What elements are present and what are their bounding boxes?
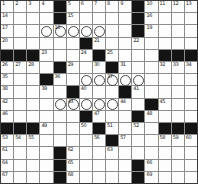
cell-r15c10[interactable] — [119, 172, 131, 183]
cell-r10c13[interactable] — [159, 111, 171, 122]
clue-number: 45 — [160, 99, 165, 104]
clue-number: 44 — [120, 99, 125, 104]
clue-number: 63 — [107, 147, 112, 152]
black-cell — [132, 160, 144, 171]
cell-r2c8[interactable] — [93, 13, 105, 24]
cell-r9c4[interactable] — [40, 99, 52, 110]
clue-number: 26 — [2, 62, 7, 67]
black-cell — [1, 123, 13, 134]
cell-r12c5[interactable] — [54, 135, 66, 146]
cell-r6c12[interactable] — [145, 62, 157, 73]
black-cell — [54, 172, 66, 183]
black-cell — [80, 38, 92, 49]
circle-marker — [41, 26, 52, 37]
black-cell — [14, 50, 26, 61]
cell-r3c13[interactable] — [159, 25, 171, 36]
cell-r8c3[interactable] — [27, 86, 39, 97]
clue-number: 49 — [41, 123, 46, 128]
clue-number: 33 — [173, 62, 178, 67]
cell-r12c3[interactable]: 55 — [27, 135, 39, 146]
cell-r13c2[interactable] — [14, 147, 26, 158]
cell-r12c14[interactable]: 59 — [172, 135, 184, 146]
cell-r4c6[interactable] — [67, 38, 79, 49]
cell-r3c2[interactable] — [14, 25, 26, 36]
cell-r4c3[interactable] — [27, 38, 39, 49]
clue-number: 68 — [68, 172, 73, 177]
cell-r2c14[interactable] — [172, 13, 184, 24]
circle-marker — [94, 26, 105, 37]
cell-r12c12[interactable] — [145, 135, 157, 146]
black-cell — [14, 123, 26, 134]
cell-r3c8[interactable] — [93, 25, 105, 36]
clue-number: 15 — [68, 13, 73, 18]
clue-number: 4 — [41, 1, 44, 6]
cell-r12c4[interactable] — [40, 135, 52, 146]
clue-number: 19 — [146, 25, 151, 30]
clue-number: 40 — [81, 86, 86, 91]
clue-number: 16 — [146, 13, 151, 18]
clue-number: 37 — [107, 74, 112, 79]
cell-r2c13[interactable] — [159, 13, 171, 24]
cell-r14c14[interactable] — [172, 160, 184, 171]
cell-r3c10[interactable] — [119, 25, 131, 36]
cell-r15c12[interactable]: 69 — [145, 172, 157, 183]
clue-number: 43 — [68, 99, 73, 104]
circle-marker — [81, 75, 92, 86]
circle-marker — [94, 75, 105, 86]
cell-r2c7[interactable] — [80, 13, 92, 24]
clue-number: 47 — [94, 111, 99, 116]
clue-number: 38 — [2, 86, 7, 91]
circle-marker — [55, 99, 66, 110]
cell-r12c10[interactable]: 57 — [119, 135, 131, 146]
clue-number: 34 — [186, 62, 191, 67]
cell-r13c15[interactable] — [185, 147, 197, 158]
cell-r4c14[interactable] — [172, 38, 184, 49]
cell-r10c6[interactable] — [67, 111, 79, 122]
clue-number: 64 — [2, 160, 7, 165]
cell-r7c1[interactable]: 35 — [1, 74, 13, 85]
black-cell — [106, 62, 118, 73]
circle-marker — [94, 99, 105, 110]
cell-r1c15[interactable]: 13 — [185, 1, 197, 12]
clue-number: 21 — [94, 38, 99, 43]
clue-number: 22 — [133, 38, 138, 43]
crossword-board: 1234567891011121314151617181920212223242… — [0, 0, 198, 184]
cell-r7c2[interactable] — [14, 74, 26, 85]
clue-number: 25 — [107, 50, 112, 55]
clue-number: 69 — [146, 172, 151, 177]
cell-r8c4[interactable]: 39 — [40, 86, 52, 97]
cell-r11c6[interactable] — [67, 123, 79, 134]
cell-r4c2[interactable] — [14, 38, 26, 49]
cell-r13c10[interactable] — [119, 147, 131, 158]
cell-r7c7[interactable] — [80, 74, 92, 85]
cell-r1c9[interactable]: 8 — [106, 1, 118, 12]
cell-r14c12[interactable]: 66 — [145, 160, 157, 171]
cell-r10c12[interactable]: 48 — [145, 111, 157, 122]
clue-number: 46 — [2, 111, 7, 116]
cell-r15c14[interactable] — [172, 172, 184, 183]
cell-r14c8[interactable] — [93, 160, 105, 171]
clue-number: 39 — [41, 86, 46, 91]
black-cell — [185, 123, 197, 134]
cell-r13c12[interactable] — [145, 147, 157, 158]
clue-number: 31 — [120, 62, 125, 67]
cell-r14c6[interactable]: 65 — [67, 160, 79, 171]
cell-r3c3[interactable] — [27, 25, 39, 36]
cell-r10c10[interactable] — [119, 111, 131, 122]
clue-number: 14 — [2, 13, 7, 18]
cell-r9c15[interactable] — [185, 99, 197, 110]
cell-r5c11[interactable] — [132, 50, 144, 61]
clue-number: 30 — [94, 62, 99, 67]
black-cell — [159, 123, 171, 134]
black-cell — [172, 123, 184, 134]
black-cell — [54, 147, 66, 158]
cell-r6c7[interactable] — [80, 62, 92, 73]
cell-r1c6[interactable]: 5 — [67, 1, 79, 12]
black-cell — [54, 62, 66, 73]
cell-r15c9[interactable] — [106, 172, 118, 183]
clue-number: 58 — [160, 135, 165, 140]
clue-number: 23 — [41, 50, 46, 55]
clue-number: 51 — [107, 123, 112, 128]
cell-r4c11[interactable]: 22 — [132, 38, 144, 49]
cell-r9c9[interactable] — [106, 99, 118, 110]
cell-r7c13[interactable] — [159, 74, 171, 85]
cell-r15c6[interactable]: 68 — [67, 172, 79, 183]
cell-r13c13[interactable] — [159, 147, 171, 158]
cell-r9c6[interactable]: 43 — [67, 99, 79, 110]
cell-r4c15[interactable] — [185, 38, 197, 49]
cell-r1c7[interactable]: 6 — [80, 1, 92, 12]
clue-number: 7 — [94, 1, 97, 6]
clue-number: 67 — [2, 172, 7, 177]
clue-number: 36 — [55, 74, 60, 79]
cell-r6c6[interactable]: 29 — [67, 62, 79, 73]
cell-r5c5[interactable] — [54, 50, 66, 61]
cell-r7c6[interactable] — [67, 74, 79, 85]
cell-r14c7[interactable] — [80, 160, 92, 171]
black-cell — [159, 50, 171, 61]
clue-number: 59 — [173, 135, 178, 140]
cell-r12c6[interactable] — [67, 135, 79, 146]
cell-r8c13[interactable] — [159, 86, 171, 97]
cell-r1c4[interactable]: 4 — [40, 1, 52, 12]
circle-marker — [107, 99, 118, 110]
cell-r15c4[interactable] — [40, 172, 52, 183]
cell-r3c4[interactable] — [40, 25, 52, 36]
cell-r13c3[interactable] — [27, 147, 39, 158]
black-cell — [132, 1, 144, 12]
cell-r7c5[interactable]: 36 — [54, 74, 66, 85]
cell-r7c15[interactable] — [185, 74, 197, 85]
clue-number: 18 — [55, 25, 60, 30]
cell-r6c2[interactable]: 27 — [14, 62, 26, 73]
cell-r8c11[interactable]: 41 — [132, 86, 144, 97]
cell-r4c9[interactable] — [106, 38, 118, 49]
cell-r11c10[interactable] — [119, 123, 131, 134]
clue-number: 17 — [2, 25, 7, 30]
cell-r4c1[interactable]: 20 — [1, 38, 13, 49]
cell-r10c15[interactable] — [185, 111, 197, 122]
cell-r8c7[interactable]: 40 — [80, 86, 92, 97]
cell-r6c8[interactable]: 30 — [93, 62, 105, 73]
cell-r5c10[interactable] — [119, 50, 131, 61]
cell-r11c12[interactable] — [145, 123, 157, 134]
cell-r3c14[interactable] — [172, 25, 184, 36]
cell-r7c10[interactable] — [119, 74, 131, 85]
cell-r4c10[interactable] — [119, 38, 131, 49]
cell-r7c14[interactable] — [172, 74, 184, 85]
cell-r2c12[interactable]: 16 — [145, 13, 157, 24]
clue-number: 66 — [146, 160, 151, 165]
cell-r9c2[interactable] — [14, 99, 26, 110]
black-cell — [132, 111, 144, 122]
cell-r4c8[interactable]: 21 — [93, 38, 105, 49]
cell-r8c12[interactable] — [145, 86, 157, 97]
cell-r6c1[interactable]: 26 — [1, 62, 13, 73]
circle-marker — [81, 99, 92, 110]
cell-r2c9[interactable] — [106, 13, 118, 24]
clue-number: 35 — [2, 74, 7, 79]
clue-number: 9 — [120, 1, 123, 6]
cell-r9c11[interactable] — [132, 99, 144, 110]
cell-r5c12[interactable] — [145, 50, 157, 61]
clue-number: 50 — [81, 123, 86, 128]
cell-r9c8[interactable] — [93, 99, 105, 110]
cell-r1c2[interactable]: 2 — [14, 1, 26, 12]
clue-number: 24 — [81, 50, 86, 55]
black-cell — [40, 74, 52, 85]
cell-r9c13[interactable]: 45 — [159, 99, 171, 110]
cell-r10c2[interactable] — [14, 111, 26, 122]
cell-r1c13[interactable]: 11 — [159, 1, 171, 12]
cell-r15c7[interactable] — [80, 172, 92, 183]
circle-marker — [133, 75, 144, 86]
clue-number: 2 — [15, 1, 18, 6]
cell-r5c9[interactable]: 25 — [106, 50, 118, 61]
clue-number: 62 — [68, 147, 73, 152]
cell-r1c10[interactable]: 9 — [119, 1, 131, 12]
black-cell — [106, 135, 118, 146]
cell-r6c14[interactable]: 33 — [172, 62, 184, 73]
black-cell — [93, 123, 105, 134]
black-cell — [172, 50, 184, 61]
cell-r5c4[interactable]: 23 — [40, 50, 52, 61]
clue-number: 54 — [15, 135, 20, 140]
clue-number: 3 — [28, 1, 31, 6]
clue-number: 8 — [107, 1, 110, 6]
cell-r13c4[interactable] — [40, 147, 52, 158]
clue-number: 57 — [120, 135, 125, 140]
cell-r9c3[interactable] — [27, 99, 39, 110]
cell-r2c6[interactable]: 15 — [67, 13, 79, 24]
cell-r9c10[interactable]: 44 — [119, 99, 131, 110]
black-cell — [1, 50, 13, 61]
cell-r2c15[interactable] — [185, 13, 197, 24]
clue-number: 13 — [186, 1, 191, 6]
clue-number: 52 — [133, 123, 138, 128]
cell-r12c8[interactable]: 56 — [93, 135, 105, 146]
cell-r7c8[interactable] — [93, 74, 105, 85]
cell-r3c9[interactable] — [106, 25, 118, 36]
cell-r8c9[interactable] — [106, 86, 118, 97]
cell-r5c7[interactable]: 24 — [80, 50, 92, 61]
cell-r1c1[interactable]: 1 — [1, 1, 13, 12]
cell-r10c9[interactable] — [106, 111, 118, 122]
cell-r14c4[interactable] — [40, 160, 52, 171]
cell-r14c9[interactable] — [106, 160, 118, 171]
cell-r4c5[interactable] — [54, 38, 66, 49]
cell-r14c2[interactable] — [14, 160, 26, 171]
circle-marker — [68, 26, 79, 37]
cell-r14c3[interactable] — [27, 160, 39, 171]
cell-r2c2[interactable] — [14, 13, 26, 24]
cell-r2c10[interactable] — [119, 13, 131, 24]
cell-r12c11[interactable] — [132, 135, 144, 146]
cell-r12c13[interactable]: 58 — [159, 135, 171, 146]
clue-number: 27 — [15, 62, 20, 67]
cell-r6c4[interactable] — [40, 62, 52, 73]
cell-r8c5[interactable] — [54, 86, 66, 97]
cell-r14c15[interactable] — [185, 160, 197, 171]
clue-number: 29 — [68, 62, 73, 67]
cell-r7c11[interactable] — [132, 74, 144, 85]
clue-number: 48 — [146, 111, 151, 116]
cell-r11c11[interactable]: 52 — [132, 123, 144, 134]
cell-r3c1[interactable]: 17 — [1, 25, 13, 36]
black-cell — [54, 160, 66, 171]
clue-number: 65 — [68, 160, 73, 165]
cell-r11c4[interactable]: 49 — [40, 123, 52, 134]
cell-r9c7[interactable] — [80, 99, 92, 110]
cell-r7c9[interactable]: 37 — [106, 74, 118, 85]
cell-r8c15[interactable] — [185, 86, 197, 97]
cell-r15c13[interactable] — [159, 172, 171, 183]
cell-r14c10[interactable] — [119, 160, 131, 171]
clue-number: 32 — [160, 62, 165, 67]
cell-r15c15[interactable] — [185, 172, 197, 183]
clue-number: 5 — [68, 1, 71, 6]
cell-r12c7[interactable] — [80, 135, 92, 146]
cell-r2c3[interactable] — [27, 13, 39, 24]
cell-r2c4[interactable] — [40, 13, 52, 24]
cell-r6c10[interactable]: 31 — [119, 62, 131, 73]
cell-r12c2[interactable]: 54 — [14, 135, 26, 146]
cell-r8c14[interactable] — [172, 86, 184, 97]
cell-r13c6[interactable]: 62 — [67, 147, 79, 158]
black-cell — [54, 1, 66, 12]
cell-r13c1[interactable]: 61 — [1, 147, 13, 158]
cell-r5c6[interactable] — [67, 50, 79, 61]
cell-r13c8[interactable] — [93, 147, 105, 158]
cell-r3c5[interactable]: 18 — [54, 25, 66, 36]
cell-r12c15[interactable]: 60 — [185, 135, 197, 146]
cell-r3c6[interactable] — [67, 25, 79, 36]
cell-r1c14[interactable]: 12 — [172, 1, 184, 12]
clue-number: 42 — [2, 99, 7, 104]
black-cell — [132, 13, 144, 24]
clue-number: 11 — [160, 1, 165, 6]
clue-number: 53 — [2, 135, 7, 140]
cell-r9c14[interactable] — [172, 99, 184, 110]
cell-r11c7[interactable]: 50 — [80, 123, 92, 134]
cell-r15c2[interactable] — [14, 172, 26, 183]
cell-r4c13[interactable] — [159, 38, 171, 49]
cell-r2c1[interactable]: 14 — [1, 13, 13, 24]
cell-r9c1[interactable]: 42 — [1, 99, 13, 110]
cell-r1c3[interactable]: 3 — [27, 1, 39, 12]
cell-r10c4[interactable] — [40, 111, 52, 122]
clue-number: 55 — [28, 135, 33, 140]
cell-r10c3[interactable] — [27, 111, 39, 122]
clue-number: 10 — [146, 1, 151, 6]
cell-r11c5[interactable] — [54, 123, 66, 134]
cell-r7c3[interactable] — [27, 74, 39, 85]
clue-number: 20 — [2, 38, 7, 43]
cell-r11c9[interactable]: 51 — [106, 123, 118, 134]
black-cell — [93, 50, 105, 61]
clue-number: 60 — [186, 135, 191, 140]
clue-number: 41 — [133, 86, 138, 91]
cell-r6c15[interactable]: 34 — [185, 62, 197, 73]
cell-r10c1[interactable]: 46 — [1, 111, 13, 122]
cell-r15c8[interactable] — [93, 172, 105, 183]
clue-number: 12 — [173, 1, 178, 6]
cell-r8c8[interactable] — [93, 86, 105, 97]
cell-r3c12[interactable]: 19 — [145, 25, 157, 36]
cell-r15c1[interactable]: 67 — [1, 172, 13, 183]
circle-marker — [81, 26, 92, 37]
cell-r14c13[interactable] — [159, 160, 171, 171]
black-cell — [132, 25, 144, 36]
cell-r3c7[interactable] — [80, 25, 92, 36]
black-cell — [27, 123, 39, 134]
cell-r10c5[interactable] — [54, 111, 66, 122]
cell-r8c2[interactable] — [14, 86, 26, 97]
cell-r4c4[interactable] — [40, 38, 52, 49]
clue-number: 28 — [28, 62, 33, 67]
cell-r8c1[interactable]: 38 — [1, 86, 13, 97]
cell-r6c3[interactable]: 28 — [27, 62, 39, 73]
clue-number: 61 — [2, 147, 7, 152]
circle-marker — [120, 75, 131, 86]
black-cell — [67, 86, 79, 97]
cell-r10c8[interactable]: 47 — [93, 111, 105, 122]
cell-r3c15[interactable] — [185, 25, 197, 36]
cell-r12c1[interactable]: 53 — [1, 135, 13, 146]
cell-r13c14[interactable] — [172, 147, 184, 158]
cell-r1c8[interactable]: 7 — [93, 1, 105, 12]
cell-r1c12[interactable]: 10 — [145, 1, 157, 12]
cell-r15c3[interactable] — [27, 172, 39, 183]
clue-number: 56 — [94, 135, 99, 140]
cell-r13c7[interactable] — [80, 147, 92, 158]
clue-number: 1 — [2, 1, 5, 6]
cell-r4c12[interactable] — [145, 38, 157, 49]
cell-r7c12[interactable] — [145, 74, 157, 85]
cell-r6c13[interactable]: 32 — [159, 62, 171, 73]
cell-r13c11[interactable] — [132, 147, 144, 158]
cell-r14c1[interactable]: 64 — [1, 160, 13, 171]
cell-r6c11[interactable] — [132, 62, 144, 73]
black-cell — [27, 50, 39, 61]
cell-r13c9[interactable]: 63 — [106, 147, 118, 158]
cell-r9c5[interactable] — [54, 99, 66, 110]
cell-r10c14[interactable] — [172, 111, 184, 122]
